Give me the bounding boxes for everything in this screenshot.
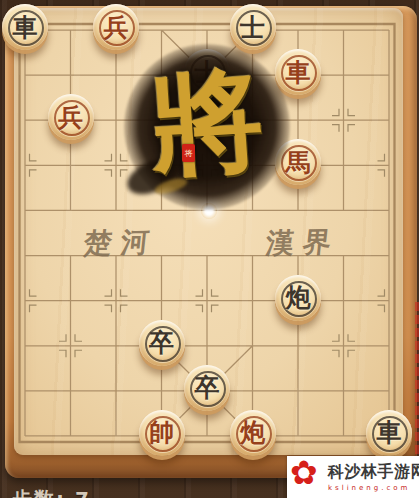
piece-character: 士	[240, 15, 265, 40]
piece-character: 車	[13, 15, 38, 40]
piece-character: 帥	[149, 420, 174, 445]
watermark-card: ✿ ★ 科沙林手游网 kslineng.com	[287, 456, 419, 498]
piece-red-pawn[interactable]: 兵	[48, 94, 94, 140]
check-text: 將	[119, 46, 294, 197]
red-seal: 将	[182, 144, 195, 162]
move-counter: 步数: 7	[12, 486, 91, 498]
piece-black-pawn[interactable]: 卒	[139, 320, 185, 366]
river-label-han: 漢界	[246, 223, 360, 263]
piece-black-pawn[interactable]: 卒	[184, 365, 230, 411]
watermark-site-url: kslineng.com	[328, 484, 419, 492]
game-screen: 楚河 漢界 車兵士士車兵將馬炮卒卒帥炮車 將 将 步数: 7 ✿ ★ 科沙林手游…	[0, 0, 419, 498]
river-label-chu: 楚河	[64, 223, 178, 263]
piece-red-cannon[interactable]: 炮	[230, 410, 276, 456]
piece-character: 炮	[286, 285, 311, 310]
edge-watermark-strip	[415, 302, 419, 460]
piece-black-chariot[interactable]: 車	[2, 4, 48, 50]
watermark-site-name: 科沙林手游网	[328, 462, 419, 483]
piece-black-chariot[interactable]: 車	[366, 410, 412, 456]
piece-character: 卒	[195, 375, 220, 400]
flower-logo-icon: ✿ ★	[290, 459, 326, 495]
piece-character: 卒	[149, 330, 174, 355]
piece-black-cannon[interactable]: 炮	[275, 275, 321, 321]
check-animation: 將 将	[124, 44, 290, 210]
piece-character: 車	[377, 420, 402, 445]
piece-character: 兵	[104, 15, 129, 40]
piece-red-general[interactable]: 帥	[139, 410, 185, 456]
piece-character: 兵	[58, 105, 83, 130]
piece-character: 炮	[240, 420, 265, 445]
